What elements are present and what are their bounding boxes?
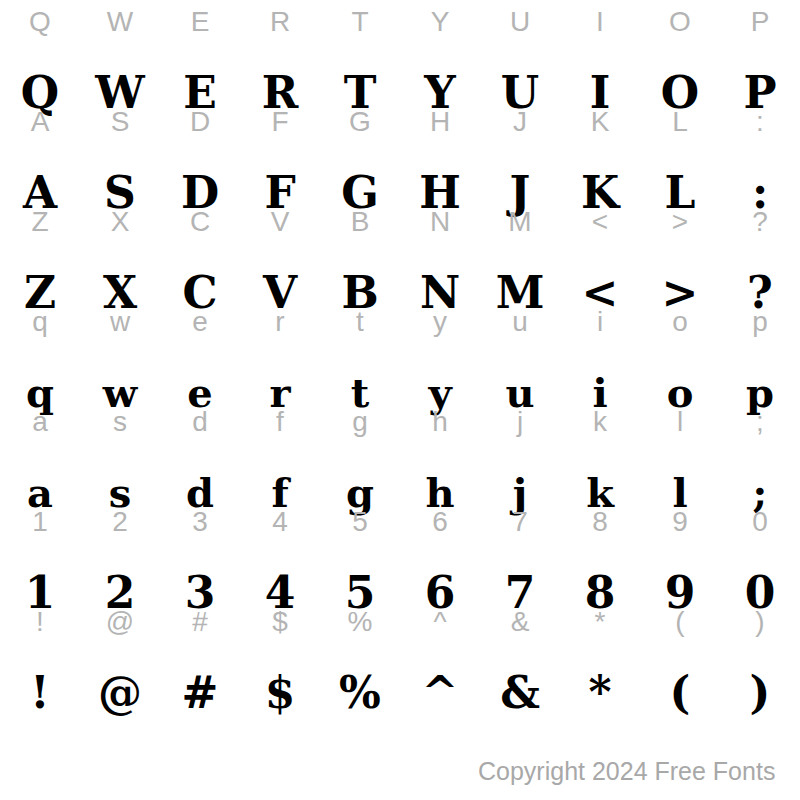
label-cell: u [480, 307, 560, 337]
glyph-cell: ! [0, 671, 80, 715]
label-cell: C [160, 207, 240, 237]
label-cell: P [720, 7, 800, 37]
label-cell: U [480, 7, 560, 37]
glyph-cell: $ [240, 671, 320, 715]
label-cell: $ [240, 607, 320, 637]
label-cell: % [320, 607, 400, 637]
label-cell: a [0, 407, 80, 437]
label-cell: L [640, 107, 720, 137]
label-cell: 4 [240, 507, 320, 537]
label-cell: 5 [320, 507, 400, 537]
label-cell: J [480, 107, 560, 137]
label-cell: 6 [400, 507, 480, 537]
glyph-row: !@#$%^&*() [0, 671, 800, 715]
label-cell: o [640, 307, 720, 337]
glyph-cell: ^ [400, 671, 480, 715]
label-cell: 8 [560, 507, 640, 537]
label-cell: t [320, 307, 400, 337]
label-cell: h [400, 407, 480, 437]
label-cell: < [560, 207, 640, 237]
label-cell: ) [720, 607, 800, 637]
label-cell: 3 [160, 507, 240, 537]
label-cell: q [0, 307, 80, 337]
label-cell: M [480, 207, 560, 237]
label-cell: : [720, 107, 800, 137]
label-cell: f [240, 407, 320, 437]
label-cell: s [80, 407, 160, 437]
label-cell: 0 [720, 507, 800, 537]
glyph-cell: # [160, 671, 240, 715]
copyright-text: Copyright 2024 Free Fonts [478, 757, 775, 785]
label-cell: I [560, 7, 640, 37]
label-cell: y [400, 307, 480, 337]
label-row: ZXCVBNM<>? [0, 207, 800, 237]
glyph-cell: ) [720, 671, 800, 715]
label-cell: * [560, 607, 640, 637]
label-cell: p [720, 307, 800, 337]
label-cell: D [160, 107, 240, 137]
glyph-cell: % [320, 671, 400, 715]
label-row: asdfghjkl; [0, 407, 800, 437]
glyph-cell: * [560, 671, 640, 715]
font-specimen-sheet: QWERTYUIOPQWERTYUIOPASDFGHJKL:ASDFGHJKL:… [0, 0, 800, 800]
label-cell: B [320, 207, 400, 237]
label-cell: l [640, 407, 720, 437]
label-cell: Y [400, 7, 480, 37]
label-cell: N [400, 207, 480, 237]
label-row: 1234567890 [0, 507, 800, 537]
label-cell: & [480, 607, 560, 637]
label-cell: > [640, 207, 720, 237]
label-cell: k [560, 407, 640, 437]
label-cell: K [560, 107, 640, 137]
glyph-cell: ( [640, 671, 720, 715]
label-cell: g [320, 407, 400, 437]
label-cell: E [160, 7, 240, 37]
label-cell: r [240, 307, 320, 337]
label-cell: ? [720, 207, 800, 237]
label-cell: @ [80, 607, 160, 637]
label-cell: 7 [480, 507, 560, 537]
label-row: QWERTYUIOP [0, 7, 800, 37]
label-cell: G [320, 107, 400, 137]
label-cell: 1 [0, 507, 80, 537]
label-cell: w [80, 307, 160, 337]
label-cell: H [400, 107, 480, 137]
label-cell: W [80, 7, 160, 37]
label-cell: X [80, 207, 160, 237]
label-row: ASDFGHJKL: [0, 107, 800, 137]
glyph-cell: @ [80, 671, 160, 715]
label-cell: j [480, 407, 560, 437]
label-cell: F [240, 107, 320, 137]
label-cell: i [560, 307, 640, 337]
label-cell: Q [0, 7, 80, 37]
label-cell: e [160, 307, 240, 337]
label-cell: T [320, 7, 400, 37]
label-cell: ; [720, 407, 800, 437]
label-cell: R [240, 7, 320, 37]
label-cell: A [0, 107, 80, 137]
label-row: !@#$%^&*() [0, 607, 800, 637]
label-cell: 2 [80, 507, 160, 537]
label-cell: ! [0, 607, 80, 637]
label-cell: 9 [640, 507, 720, 537]
label-cell: S [80, 107, 160, 137]
glyph-cell: & [480, 671, 560, 715]
label-row: qwertyuiop [0, 307, 800, 337]
label-cell: # [160, 607, 240, 637]
label-cell: V [240, 207, 320, 237]
label-cell: d [160, 407, 240, 437]
label-cell: ^ [400, 607, 480, 637]
label-cell: Z [0, 207, 80, 237]
label-cell: ( [640, 607, 720, 637]
label-cell: O [640, 7, 720, 37]
